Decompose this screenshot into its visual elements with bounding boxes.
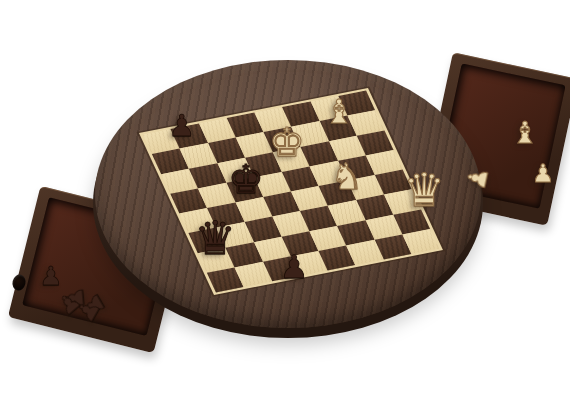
black-pawn-b8[interactable]: ♟ bbox=[169, 111, 196, 141]
black-queen-a2[interactable]: ♛ bbox=[194, 215, 235, 261]
white-bishop-right-drawer[interactable]: ♝ bbox=[512, 118, 539, 148]
white-pawn-right-drawer[interactable]: ♟ bbox=[532, 161, 554, 186]
black-king-c4[interactable]: ♚ bbox=[228, 159, 264, 199]
white-knight-f3[interactable]: ♞ bbox=[331, 159, 363, 195]
black-pawn-d1[interactable]: ♟ bbox=[280, 251, 309, 283]
white-bishop-g7[interactable]: ♝ bbox=[324, 95, 354, 128]
white-pawn-right-drawer[interactable]: ♟ bbox=[463, 165, 492, 192]
photo-scene: ♟♝♚♚♞♛♛♟♝♟♟♟♟♟♟♟ bbox=[0, 0, 570, 400]
white-queen-h2[interactable]: ♛ bbox=[403, 167, 444, 213]
left-drawer-handle[interactable] bbox=[11, 273, 27, 292]
black-pawn-left-drawer[interactable]: ♟ bbox=[39, 263, 62, 289]
white-king-e6[interactable]: ♚ bbox=[269, 122, 305, 162]
